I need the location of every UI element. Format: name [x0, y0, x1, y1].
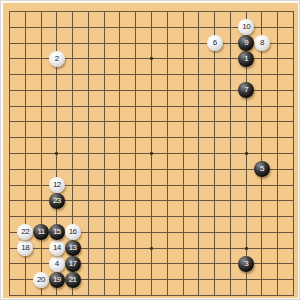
move-number: 5: [260, 165, 264, 173]
stone-white-12-d8: 12: [49, 177, 65, 193]
go-diagram-window: 1234567891011121314151617181920212223: [0, 0, 300, 300]
move-number: 22: [21, 228, 29, 236]
stone-white-4-d3: 4: [49, 256, 65, 272]
move-number: 19: [53, 276, 61, 284]
stone-black-23-d7: 23: [49, 193, 65, 209]
star-point: [150, 152, 153, 155]
stone-black-15-d5: 15: [49, 224, 65, 240]
stone-white-16-e5: 16: [65, 224, 81, 240]
star-point: [245, 247, 248, 250]
stone-white-2-d16: 2: [49, 51, 65, 67]
move-number: 8: [260, 39, 264, 47]
stone-black-3-q3: 3: [238, 256, 254, 272]
stone-black-11-c5: 11: [33, 224, 49, 240]
move-number: 15: [53, 228, 61, 236]
move-number: 9: [244, 39, 248, 47]
move-number: 11: [37, 228, 44, 236]
move-number: 10: [242, 23, 250, 31]
stone-black-19-d2: 19: [49, 272, 65, 288]
move-number: 2: [55, 55, 59, 63]
stone-black-9-q17: 9: [238, 35, 254, 51]
move-number: 1: [244, 55, 248, 63]
stone-black-13-e4: 13: [65, 240, 81, 256]
move-number: 4: [55, 260, 59, 268]
move-number: 18: [21, 244, 29, 252]
stone-white-14-d4: 14: [49, 240, 65, 256]
grid-line-vertical: [198, 11, 199, 296]
move-number: 3: [244, 260, 248, 268]
move-number: 14: [53, 244, 61, 252]
grid-line-vertical: [214, 11, 215, 296]
stone-black-5-r9: 5: [254, 161, 270, 177]
move-number: 16: [69, 228, 77, 236]
move-number: 23: [53, 197, 61, 205]
move-number: 6: [213, 39, 217, 47]
grid-line-horizontal: [9, 169, 294, 170]
stone-white-22-b5: 22: [17, 224, 33, 240]
grid-line-vertical: [277, 11, 278, 296]
move-number: 21: [69, 276, 77, 284]
grid-line-vertical: [261, 11, 262, 296]
move-number: 13: [69, 244, 77, 252]
move-number: 12: [53, 181, 61, 189]
move-number: 7: [244, 86, 248, 94]
stone-white-8-r17: 8: [254, 35, 270, 51]
star-point: [245, 152, 248, 155]
grid-line-horizontal: [9, 216, 294, 217]
star-point: [55, 152, 58, 155]
move-number: 20: [37, 276, 45, 284]
stone-white-6-o17: 6: [207, 35, 223, 51]
stone-black-7-q14: 7: [238, 82, 254, 98]
go-board[interactable]: 1234567891011121314151617181920212223: [3, 3, 298, 298]
grid-line-vertical: [230, 11, 231, 296]
grid-line-vertical: [167, 11, 168, 296]
star-point: [150, 57, 153, 60]
stone-white-20-c2: 20: [33, 272, 49, 288]
stone-black-1-q16: 1: [238, 51, 254, 67]
stone-black-21-e2: 21: [65, 272, 81, 288]
stone-black-17-e3: 17: [65, 256, 81, 272]
move-number: 17: [69, 260, 77, 268]
stone-white-18-b4: 18: [17, 240, 33, 256]
grid-line-horizontal: [9, 295, 294, 296]
grid-line-vertical: [183, 11, 184, 296]
grid-line-vertical: [293, 11, 294, 296]
stone-white-10-q18: 10: [238, 19, 254, 35]
star-point: [150, 247, 153, 250]
